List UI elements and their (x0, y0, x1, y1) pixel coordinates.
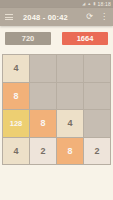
tile-r3c3: 2 (84, 138, 110, 165)
phone-screen: ◢ ▲ ▮ 18:18 2048 - 00:42 ⟳ ⋮ 720 1664 4 … (0, 0, 113, 200)
signal-icon: ◢ (82, 0, 85, 8)
battery-icon: ▮ (93, 0, 95, 8)
status-bar: ◢ ▲ ▮ 18:18 (0, 0, 113, 8)
tile-r0c2 (57, 55, 83, 82)
tile-r1c2 (57, 83, 83, 110)
appbar-actions: ⟳ ⋮ (86, 13, 108, 21)
wifi-icon: ▲ (87, 0, 91, 8)
score-current-badge: 720 (5, 32, 51, 45)
app-bar: 2048 - 00:42 ⟳ ⋮ (0, 8, 113, 26)
tile-r2c1: 8 (30, 110, 56, 137)
game-board[interactable]: 4 8 128 8 4 4 2 8 2 (2, 54, 111, 165)
tile-r1c3 (84, 83, 110, 110)
score-best-badge: 1664 (62, 32, 108, 45)
tile-r1c1 (30, 83, 56, 110)
status-time: 18:18 (97, 0, 111, 8)
tile-r2c3 (84, 110, 110, 137)
menu-icon[interactable] (5, 14, 13, 20)
tile-r3c0: 4 (3, 138, 29, 165)
tile-r2c2: 4 (57, 110, 83, 137)
tile-r1c0: 8 (3, 83, 29, 110)
tile-r0c1 (30, 55, 56, 82)
score-row: 720 1664 (0, 26, 113, 45)
tile-r2c0: 128 (3, 110, 29, 137)
tile-r3c1: 2 (30, 138, 56, 165)
tile-r3c2: 8 (57, 138, 83, 165)
tile-r0c0: 4 (3, 55, 29, 82)
restart-icon[interactable]: ⟳ (86, 13, 93, 21)
app-title: 2048 - 00:42 (23, 13, 68, 22)
tile-r0c3 (84, 55, 110, 82)
overflow-menu-icon[interactable]: ⋮ (100, 13, 108, 21)
